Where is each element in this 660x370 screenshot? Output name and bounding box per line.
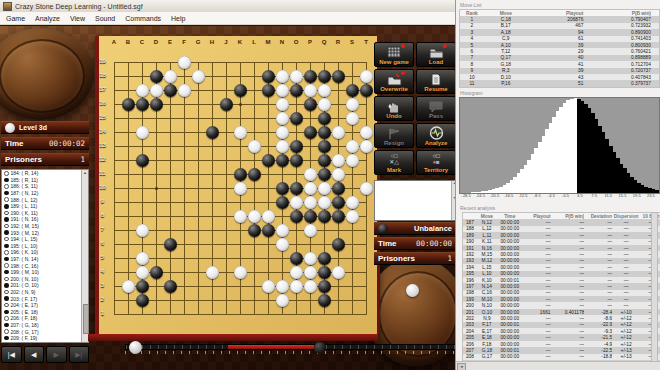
white-stone [248,140,261,153]
candidate-moves-table[interactable]: RankMovePlayoutP(B win)1C,182068760.7904… [459,9,660,88]
white-stone [276,70,289,83]
title-bar[interactable]: Crazy Stone Deep Learning - Untitled.sgf [0,0,455,12]
last-move-button[interactable]: ▶| [69,346,90,363]
table-cell: L,12 [477,226,497,231]
row-label: 15 [96,114,109,120]
table-cell: — [584,226,612,231]
black-stone [304,98,317,111]
move-list-item[interactable]: 186: ( S, 11) [2,183,88,190]
table-cell: 94 [528,30,588,35]
white-move-dot [4,197,9,202]
white-stone [290,266,303,279]
table-cell: 0.379737 [587,81,659,86]
time-label-left: Time [5,139,24,148]
white-move-dot [4,290,9,295]
black-stone [276,182,289,195]
table-cell: -18.8 [584,354,612,359]
table-cell: 00:00:01 [497,278,523,283]
table-cell: C,9 [484,36,528,41]
table-cell: 0.712704 [587,62,659,67]
white-move-dot [4,329,9,334]
move-text: 206: ( F, 18) [11,315,38,321]
mark-button[interactable]: ○□✕△ Mark [374,150,414,175]
table-row[interactable]: 191N,1600:00:00————— [463,245,660,251]
column-label: D [149,39,163,45]
table-cell: — [612,290,640,295]
column-label: R [331,39,345,45]
crazystone-window: Crazy Stone Deep Learning - Untitled.sgf… [0,0,660,370]
table-cell: 39 [528,68,588,73]
white-stone [304,252,317,265]
table-cell: — [612,271,640,276]
black-stone [136,294,149,307]
move-list-item[interactable]: 190: ( K, 11) [2,210,88,217]
move-list-item[interactable]: 202: ( N, 9) [2,289,88,296]
table-cell: 00:00:00 [497,233,523,238]
new-game-button[interactable]: New game [374,42,414,67]
table-row[interactable]: 202N,900:00:00——-8.6+/-12— [463,315,660,321]
table-row[interactable]: 192M,1500:00:00————— [463,251,660,257]
table-cell: — [551,354,585,359]
table-cell: 200 [463,303,477,308]
table-cell: — [523,239,551,244]
x-tick-label: 19.5 [630,193,644,198]
table-row[interactable]: 208G,1700:00:00——-18.8+/-13— [463,354,660,360]
table-cell: 00:00:00 [497,284,523,289]
table-row[interactable]: 197N,1400:00:00————— [463,283,660,289]
black-stone [234,84,247,97]
table-row[interactable]: 206F,1800:00:00——-4.9+/-12— [463,341,660,347]
move-text: 187: ( N, 12) [11,190,39,196]
prev-move-button[interactable]: ◀ [24,346,45,363]
white-stone [234,210,247,223]
move-list-item[interactable]: 209: ( F, 19) [2,335,88,342]
table-cell: 206876 [528,17,588,22]
folder-save-icon [387,72,402,90]
table-cell: — [523,258,551,263]
move-list-item[interactable]: 198: ( C, 16) [2,262,88,269]
table-cell: 0.407843 [587,75,659,80]
black-stone [290,84,303,97]
black-stone [318,140,331,153]
row-label: 14 [96,128,109,134]
table-row[interactable]: 199M,1000:00:00————— [463,296,660,302]
table-cell: — [551,265,585,270]
x-tick-label: 11.5 [601,193,615,198]
table-cell: 187 [463,220,477,225]
table-cell: 00:00:00 [497,329,523,334]
table-cell: +/-13 [612,348,640,353]
row-label: 8 [96,212,109,218]
black-move-dot [4,336,9,341]
move-text: 203: ( F, 17) [11,296,38,302]
move-list-item[interactable]: 184: ( R, 14) [2,170,88,177]
move-list-item[interactable]: 208: ( G, 17) [2,328,88,335]
black-stone [262,224,275,237]
table-cell: — [523,354,551,359]
resign-button[interactable]: Resign [374,123,414,148]
table-cell: — [551,278,585,283]
table-cell: — [584,246,612,251]
table-cell: — [612,233,640,238]
table-cell: K,10 [477,278,497,283]
table-cell: — [551,284,585,289]
menu-sound[interactable]: Sound [95,15,115,22]
black-stone-icon [378,224,388,234]
table-cell: 00:00:00 [497,258,523,263]
column-label: G [191,39,205,45]
move-list-item[interactable]: 195: ( L, 10) [2,243,88,250]
move-text: 207: ( G, 18) [11,322,39,328]
table-row[interactable]: 200N,1000:00:00————— [463,302,660,308]
white-stone [318,84,331,97]
move-text: 209: ( F, 19) [11,335,38,341]
table-row[interactable]: 205E,1800:00:00——-21.5+/-12— [463,334,660,340]
table-cell: 00:00:00 [497,252,523,257]
column-label: B [121,39,135,45]
white-stone [150,84,163,97]
table-cell: +/-12 [612,342,640,347]
black-stone [290,140,303,153]
black-stone [318,126,331,139]
table-cell: — [584,290,612,295]
move-list-item[interactable]: 192: ( M, 15) [2,223,88,230]
move-text: 204: ( E, 17) [11,302,39,308]
black-move-dot [4,244,9,249]
black-move-dot [4,191,9,196]
move-text: 195: ( L, 10) [11,243,38,249]
table-cell: 194 [463,265,477,270]
black-stone [304,210,317,223]
scroll-thumb[interactable] [83,304,89,334]
table-row[interactable]: 203F,1700:00:01——-22.9+/-12— [463,322,660,328]
black-stone [136,280,149,293]
table-cell: 199 [463,297,477,302]
table-cell: — [612,239,640,244]
black-move-dot [4,283,9,288]
prisoners-label-right: Prisoners [378,254,415,263]
table-cell: — [523,220,551,225]
row-label: 6 [96,240,109,246]
white-stone [290,70,303,83]
overwrite-button[interactable]: Overwrite [374,69,414,94]
table-cell: G,18 [484,62,528,67]
table-row[interactable]: 7Q,17400.898889 [460,55,659,61]
table-cell: — [612,265,640,270]
pass-button[interactable]: Pass [416,96,456,121]
white-stone [192,70,205,83]
table-cell: 10 [460,75,484,80]
histogram-x-labels: -28.5-24.5-20.5-16.5-12.5-8.5-4.5-0.53.5… [459,193,658,198]
white-stone [346,154,359,167]
first-move-button[interactable]: |◀ [1,346,22,363]
table-cell: 202 [463,316,477,321]
row-label: 7 [96,226,109,232]
table-cell: — [612,226,640,231]
table-cell: — [551,290,585,295]
move-text: 198: ( C, 16) [11,263,39,269]
column-label: Q [317,39,331,45]
black-stone [164,280,177,293]
table-cell: 7 [460,55,484,60]
table-row[interactable]: 1C,182068760.790407 [460,16,659,22]
table-cell: — [523,226,551,231]
x-tick-label: -0.5 [559,193,573,198]
table-cell: — [523,348,551,353]
table-row[interactable]: 188L,1200:00:00————— [463,226,660,232]
move-text: 191: ( N, 16) [11,216,39,222]
table-cell: 198 [463,290,477,295]
scroll-left-icon[interactable]: ◄ [457,363,466,370]
move-text: 186: ( S, 11) [11,183,38,189]
row-label: 5 [96,254,109,260]
table-row[interactable]: 3A,18940.890900 [460,29,659,35]
territory-button[interactable]: ○□●■ Territory [416,150,456,175]
header-cell: Playout [528,11,588,16]
black-stone [290,112,303,125]
table-row[interactable]: 5A,10390.800930 [460,42,659,48]
white-stone [304,168,317,181]
histogram-title: Histogram [456,88,483,97]
black-move-dot [4,323,9,328]
header-cell: Move [484,11,528,16]
white-stone [122,280,135,293]
table-header: RankMovePlayoutP(B win) [460,10,659,16]
white-stone [178,56,191,69]
table-cell: — [551,329,585,334]
black-stone [262,84,275,97]
black-stone [164,238,177,251]
recent-analysis-table[interactable]: MoveTimePlayoutP(B win)DeviationDispersi… [462,212,660,367]
move-list-item[interactable]: 193: ( M, 12) [2,229,88,236]
black-stone [318,70,331,83]
table-cell: — [551,220,585,225]
flag-icon [387,126,401,144]
table-cell: N,14 [477,284,497,289]
table-cell: — [551,246,585,251]
table-cell: 208 [463,354,477,359]
next-move-button[interactable]: ▶ [46,346,67,363]
white-stone [346,210,359,223]
table-row[interactable]: 10D,10430.407843 [460,74,659,80]
move-list-item[interactable]: 185: ( R, 11) [2,177,88,184]
scroll-up-icon[interactable]: ▲ [82,170,88,176]
table-cell: T,12 [484,49,528,54]
table-cell: +/-13 [612,354,640,359]
black-stone [290,252,303,265]
table-cell: — [584,271,612,276]
move-list-item[interactable]: 197: ( N, 14) [2,256,88,263]
move-list[interactable]: 184: ( R, 14)185: ( R, 11)186: ( S, 11)1… [1,169,89,343]
table-cell: — [551,258,585,263]
load-button[interactable]: Load [416,42,456,67]
column-label: T [359,39,373,45]
move-text: 205: ( E, 18) [11,309,39,315]
white-stone [234,182,247,195]
move-list-item[interactable]: 191: ( N, 16) [2,216,88,223]
black-stone [318,266,331,279]
table-cell: — [523,297,551,302]
table-cell: P,16 [484,81,528,86]
white-stone [290,196,303,209]
table-cell: 192 [463,252,477,257]
move-list-item[interactable]: 189: ( L, 11) [2,203,88,210]
x-tick-label: -4.5 [544,193,558,198]
menu-analyze[interactable]: Analyze [35,15,60,22]
table-cell: — [584,220,612,225]
x-tick-label: 3.5 [573,193,587,198]
table-row[interactable]: 11P,16510.379737 [460,80,659,86]
x-tick-label: -16.5 [502,193,516,198]
table-row[interactable]: 204E,1700:00:00——-9.3+/-12— [463,328,660,334]
row-label: 3 [96,282,109,288]
table-cell: — [551,342,585,347]
white-stone [136,252,149,265]
table-row[interactable]: 2B,174670.723932 [460,23,659,29]
move-list-table-title: Move List [456,0,660,9]
move-list-item[interactable]: 204: ( E, 17) [2,302,88,309]
menu-help[interactable]: Help [171,15,185,22]
move-list-item[interactable]: 207: ( G, 18) [2,322,88,329]
white-stone [276,98,289,111]
table-cell: — [584,252,612,257]
analyze-button[interactable]: Analyze [416,123,456,148]
white-move-dot [4,303,9,308]
table-row[interactable]: 193M,1200:00:00————— [463,258,660,264]
table-row[interactable]: 190K,1100:00:00————— [463,239,660,245]
table-row[interactable]: 9R,3390.720737 [460,68,659,74]
table-cell: 00:00:00 [497,335,523,340]
table-cell: 191 [463,246,477,251]
table-cell: — [523,252,551,257]
menu-game[interactable]: Game [6,15,25,22]
header-cell: Time [497,214,523,219]
white-stone [276,140,289,153]
table-row[interactable]: 4C,9610.741403 [460,36,659,42]
notify-dot [401,44,405,48]
x-tick-label: -8.5 [530,193,544,198]
move-list-item[interactable]: 196: ( K, 10) [2,249,88,256]
move-list-item[interactable]: 206: ( F, 18) [2,315,88,322]
table-row[interactable]: 8G,18410.712704 [460,61,659,67]
header-cell: Rank [460,11,484,16]
table-row[interactable]: 6T,12290.760421 [460,48,659,54]
table-cell: -8.6 [584,316,612,321]
table-cell: — [551,335,585,340]
move-list-item[interactable]: 187: ( N, 12) [2,190,88,197]
table-cell: — [612,220,640,225]
slider-white-knob[interactable] [129,341,142,354]
app-icon [3,2,12,11]
table-row[interactable]: 198C,1600:00:00————— [463,290,660,296]
move-list-item[interactable]: 203: ( F, 17) [2,295,88,302]
move-list-scrollbar[interactable]: ▲ [81,170,88,342]
table-cell: K,11 [477,239,497,244]
table-cell: -9.3 [584,329,612,334]
black-stone [150,266,163,279]
table-cell: 467 [528,23,588,28]
black-stone [136,154,149,167]
table-row[interactable]: 201O,1000:00:0016610.401178-28.4+/-10— [463,309,660,315]
recent-table-scrollbar[interactable] [651,212,658,362]
white-stone [234,126,247,139]
move-list-item[interactable]: 201: ( O, 10) [2,282,88,289]
resume-button[interactable]: Resume [416,69,456,94]
table-cell: — [612,284,640,289]
territory-shapes-icon: ○□●■ [432,153,439,165]
header-cell: Move [477,214,497,219]
move-list-item[interactable]: 199: ( M, 10) [2,269,88,276]
document-icon [430,72,442,90]
move-list-item[interactable]: 205: ( E, 18) [2,308,88,315]
slider-red-segment [228,345,314,349]
header-cell: P(B win) [587,11,659,16]
table-cell: 205 [463,335,477,340]
table-cell: 0.800930 [587,43,659,48]
move-list-item[interactable]: 200: ( N, 10) [2,276,88,283]
table-cell: 00:00:01 [497,348,523,353]
black-stone [290,182,303,195]
x-tick-label: -20.5 [487,193,501,198]
menu-view[interactable]: View [70,15,85,22]
table-cell: 41 [528,62,588,67]
white-stone [290,280,303,293]
black-stone [262,154,275,167]
table-cell: — [551,322,585,327]
table-row[interactable]: 207G,1800:00:01——-22.5+/-13— [463,347,660,353]
table-cell: 0.720737 [587,68,659,73]
game-record-slider[interactable] [125,341,457,354]
table-cell: 11 [460,81,484,86]
table-cell: — [584,265,612,270]
table-cell: C,18 [484,17,528,22]
black-move-dot [4,296,9,301]
black-stone [262,70,275,83]
time-label-right: Time [378,239,397,248]
table-row[interactable]: 195L,1000:00:00————— [463,271,660,277]
table-cell: M,12 [477,258,497,263]
message-box[interactable]: ▲▼ [374,180,458,221]
column-label: A [107,39,121,45]
white-stone [304,84,317,97]
go-board[interactable]: ABCDEFGHJKLMNOPQRST 19181716151413121110… [95,36,380,334]
move-list-item[interactable]: 188: ( L, 12) [2,196,88,203]
table-cell: — [612,252,640,257]
table-cell: 3 [460,30,484,35]
table-row[interactable]: 187N,1200:00:00————— [463,219,660,225]
table-cell: 188 [463,226,477,231]
white-stone [276,112,289,125]
panel-horizontal-scrollbar[interactable]: ◄ [456,361,660,370]
table-cell: — [612,246,640,251]
row-label: 17 [96,86,109,92]
table-cell: 39 [528,43,588,48]
move-list-item[interactable]: 194: ( L, 15) [2,236,88,243]
column-label: H [205,39,219,45]
table-row[interactable]: 194L,1500:00:00————— [463,264,660,270]
white-stone [136,224,149,237]
header-cell: Dispersion [612,214,640,219]
table-cell: 190 [463,239,477,244]
white-stone [248,210,261,223]
table-row[interactable]: 196K,1000:00:01————— [463,277,660,283]
table-cell: 51 [528,81,588,86]
undo-button[interactable]: Undo [374,96,414,121]
move-list-rows: 184: ( R, 14)185: ( R, 11)186: ( S, 11)1… [2,170,88,341]
menu-commands[interactable]: Commands [125,15,161,22]
window-title: Crazy Stone Deep Learning - Untitled.sgf [15,3,143,10]
table-row[interactable]: 189L,1100:00:00————— [463,232,660,238]
